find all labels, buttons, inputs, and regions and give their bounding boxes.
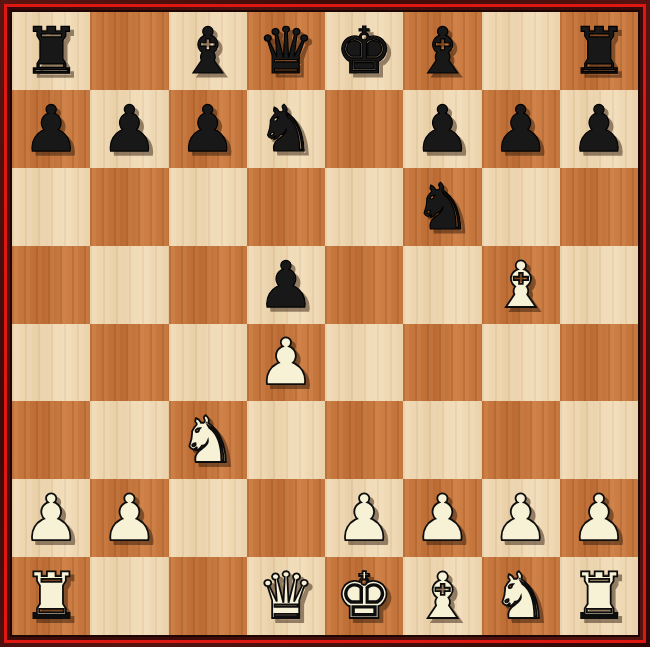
piece-white-pawn[interactable]: ♟ (101, 486, 158, 550)
piece-black-pawn[interactable]: ♟ (257, 253, 314, 317)
square-h4[interactable] (560, 324, 638, 402)
square-h1[interactable]: ♜ (560, 557, 638, 635)
piece-black-pawn[interactable]: ♟ (492, 97, 549, 161)
square-h8[interactable]: ♜ (560, 12, 638, 90)
square-b7[interactable]: ♟ (90, 90, 168, 168)
square-c2[interactable] (169, 479, 247, 557)
board-edge: ♜♝♛♚♝♜♟♟♟♞♟♟♟♞♟♝♟♞♟♟♟♟♟♟♜♛♚♝♞♜ (10, 10, 640, 637)
piece-white-bishop[interactable]: ♝ (492, 253, 549, 317)
square-g8[interactable] (482, 12, 560, 90)
square-c1[interactable] (169, 557, 247, 635)
square-b2[interactable]: ♟ (90, 479, 168, 557)
piece-black-pawn[interactable]: ♟ (101, 97, 158, 161)
square-g5[interactable]: ♝ (482, 246, 560, 324)
square-a4[interactable] (12, 324, 90, 402)
piece-white-queen[interactable]: ♛ (257, 564, 314, 628)
piece-black-queen[interactable]: ♛ (257, 19, 314, 83)
square-a7[interactable]: ♟ (12, 90, 90, 168)
square-a2[interactable]: ♟ (12, 479, 90, 557)
piece-white-knight[interactable]: ♞ (492, 564, 549, 628)
square-b6[interactable] (90, 168, 168, 246)
square-g1[interactable]: ♞ (482, 557, 560, 635)
piece-white-pawn[interactable]: ♟ (22, 486, 79, 550)
square-c6[interactable] (169, 168, 247, 246)
square-d6[interactable] (247, 168, 325, 246)
chess-board: ♜♝♛♚♝♜♟♟♟♞♟♟♟♞♟♝♟♞♟♟♟♟♟♟♜♛♚♝♞♜ (12, 12, 638, 635)
piece-white-bishop[interactable]: ♝ (414, 564, 471, 628)
piece-white-pawn[interactable]: ♟ (570, 486, 627, 550)
square-a8[interactable]: ♜ (12, 12, 90, 90)
piece-black-rook[interactable]: ♜ (22, 19, 79, 83)
square-d5[interactable]: ♟ (247, 246, 325, 324)
frame-accent-line: ♜♝♛♚♝♜♟♟♟♞♟♟♟♞♟♝♟♞♟♟♟♟♟♟♜♛♚♝♞♜ (4, 4, 646, 643)
square-d7[interactable]: ♞ (247, 90, 325, 168)
square-e8[interactable]: ♚ (325, 12, 403, 90)
piece-black-knight[interactable]: ♞ (414, 175, 471, 239)
square-e2[interactable]: ♟ (325, 479, 403, 557)
square-g6[interactable] (482, 168, 560, 246)
square-e3[interactable] (325, 401, 403, 479)
piece-black-pawn[interactable]: ♟ (179, 97, 236, 161)
square-c3[interactable]: ♞ (169, 401, 247, 479)
square-g3[interactable] (482, 401, 560, 479)
square-h7[interactable]: ♟ (560, 90, 638, 168)
piece-white-pawn[interactable]: ♟ (257, 330, 314, 394)
square-f6[interactable]: ♞ (403, 168, 481, 246)
square-c8[interactable]: ♝ (169, 12, 247, 90)
square-g2[interactable]: ♟ (482, 479, 560, 557)
square-a3[interactable] (12, 401, 90, 479)
square-f5[interactable] (403, 246, 481, 324)
piece-white-pawn[interactable]: ♟ (492, 486, 549, 550)
piece-black-knight[interactable]: ♞ (257, 97, 314, 161)
square-e6[interactable] (325, 168, 403, 246)
square-f1[interactable]: ♝ (403, 557, 481, 635)
square-c4[interactable] (169, 324, 247, 402)
square-c5[interactable] (169, 246, 247, 324)
board-frame: ♜♝♛♚♝♜♟♟♟♞♟♟♟♞♟♝♟♞♟♟♟♟♟♟♜♛♚♝♞♜ (0, 0, 650, 647)
square-d2[interactable] (247, 479, 325, 557)
piece-black-bishop[interactable]: ♝ (414, 19, 471, 83)
piece-black-pawn[interactable]: ♟ (570, 97, 627, 161)
piece-black-pawn[interactable]: ♟ (414, 97, 471, 161)
square-b8[interactable] (90, 12, 168, 90)
square-f3[interactable] (403, 401, 481, 479)
square-e5[interactable] (325, 246, 403, 324)
piece-white-rook[interactable]: ♜ (22, 564, 79, 628)
square-d4[interactable]: ♟ (247, 324, 325, 402)
piece-black-pawn[interactable]: ♟ (22, 97, 79, 161)
piece-white-king[interactable]: ♚ (335, 564, 392, 628)
square-h5[interactable] (560, 246, 638, 324)
piece-white-pawn[interactable]: ♟ (335, 486, 392, 550)
square-b3[interactable] (90, 401, 168, 479)
piece-black-rook[interactable]: ♜ (570, 19, 627, 83)
square-a1[interactable]: ♜ (12, 557, 90, 635)
square-h3[interactable] (560, 401, 638, 479)
square-h6[interactable] (560, 168, 638, 246)
square-b1[interactable] (90, 557, 168, 635)
square-h2[interactable]: ♟ (560, 479, 638, 557)
square-g4[interactable] (482, 324, 560, 402)
piece-black-bishop[interactable]: ♝ (179, 19, 236, 83)
piece-black-king[interactable]: ♚ (335, 19, 392, 83)
square-b5[interactable] (90, 246, 168, 324)
square-b4[interactable] (90, 324, 168, 402)
square-a5[interactable] (12, 246, 90, 324)
square-f8[interactable]: ♝ (403, 12, 481, 90)
square-f4[interactable] (403, 324, 481, 402)
piece-white-rook[interactable]: ♜ (570, 564, 627, 628)
square-g7[interactable]: ♟ (482, 90, 560, 168)
square-e7[interactable] (325, 90, 403, 168)
square-e1[interactable]: ♚ (325, 557, 403, 635)
square-f2[interactable]: ♟ (403, 479, 481, 557)
square-d1[interactable]: ♛ (247, 557, 325, 635)
square-c7[interactable]: ♟ (169, 90, 247, 168)
square-d8[interactable]: ♛ (247, 12, 325, 90)
square-d3[interactable] (247, 401, 325, 479)
piece-white-knight[interactable]: ♞ (179, 408, 236, 472)
piece-white-pawn[interactable]: ♟ (414, 486, 471, 550)
square-a6[interactable] (12, 168, 90, 246)
square-e4[interactable] (325, 324, 403, 402)
square-f7[interactable]: ♟ (403, 90, 481, 168)
